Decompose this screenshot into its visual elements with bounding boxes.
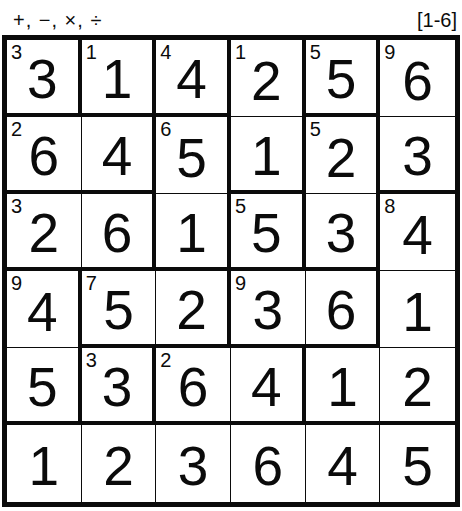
cell-r6c6[interactable]: 5: [380, 425, 455, 502]
cage-clue: 4: [160, 41, 171, 63]
cell-r1c4[interactable]: 12: [231, 40, 306, 117]
cage-clue: 9: [11, 272, 22, 294]
cell-digit: 2: [251, 54, 282, 109]
cage-clue: 1: [86, 41, 97, 63]
cell-r5c2[interactable]: 33: [82, 348, 157, 425]
cell-digit: 3: [326, 206, 357, 261]
cell-digit: 2: [103, 439, 134, 494]
cell-r1c3[interactable]: 44: [156, 40, 231, 117]
cell-r6c2[interactable]: 2: [82, 425, 157, 502]
cage-clue: 7: [86, 272, 97, 294]
cell-r4c1[interactable]: 94: [7, 271, 82, 348]
cell-digit: 5: [326, 52, 357, 107]
cell-digit: 1: [102, 52, 133, 107]
cell-digit: 2: [326, 131, 357, 186]
cell-r3c1[interactable]: 32: [7, 194, 82, 271]
cell-r1c6[interactable]: 96: [380, 40, 455, 117]
operations-legend: +, −, ×, ÷: [13, 9, 102, 32]
cage-clue: 8: [384, 195, 395, 217]
cell-r5c5[interactable]: 1: [306, 348, 381, 425]
cell-digit: 5: [27, 360, 58, 415]
cell-digit: 5: [402, 439, 433, 494]
cell-r4c3[interactable]: 2: [156, 271, 231, 348]
cell-digit: 5: [176, 131, 207, 186]
cell-digit: 6: [253, 439, 284, 494]
cell-digit: 2: [402, 360, 433, 415]
puzzle-grid: 33 11 44 12 55 96 26 4 65 1 52 3 32 6 1 …: [7, 40, 455, 502]
cell-r2c3[interactable]: 65: [156, 117, 231, 194]
cell-r3c4[interactable]: 55: [231, 194, 306, 271]
cage-clue: 9: [384, 41, 395, 63]
cell-digit: 3: [402, 129, 433, 184]
cage-clue: 5: [310, 118, 321, 140]
cell-digit: 4: [402, 208, 433, 263]
cell-r4c2[interactable]: 75: [82, 271, 157, 348]
cell-digit: 5: [251, 206, 282, 261]
cell-digit: 4: [176, 52, 207, 107]
cage-clue: 9: [235, 272, 246, 294]
cell-digit: 3: [27, 52, 58, 107]
cell-digit: 4: [102, 129, 133, 184]
cell-digit: 1: [29, 439, 60, 494]
cell-r5c3[interactable]: 26: [156, 348, 231, 425]
cell-r6c4[interactable]: 6: [231, 425, 306, 502]
cell-r4c6[interactable]: 1: [380, 271, 455, 348]
cell-digit: 1: [402, 285, 433, 340]
cell-r4c4[interactable]: 93: [231, 271, 306, 348]
cell-r3c2[interactable]: 6: [82, 194, 157, 271]
puzzle-board: 33 11 44 12 55 96 26 4 65 1 52 3 32 6 1 …: [2, 35, 460, 507]
puzzle-header: +, −, ×, ÷ [1-6]: [0, 0, 462, 35]
cage-clue: 5: [235, 195, 246, 217]
cell-r6c1[interactable]: 1: [7, 425, 82, 502]
cell-r3c3[interactable]: 1: [156, 194, 231, 271]
cell-digit: 3: [178, 439, 209, 494]
cell-r1c2[interactable]: 11: [82, 40, 157, 117]
cell-digit: 4: [251, 360, 282, 415]
cell-r3c6[interactable]: 84: [380, 194, 455, 271]
cell-r6c3[interactable]: 3: [156, 425, 231, 502]
cell-digit: 1: [176, 206, 207, 261]
range-label: [1-6]: [417, 9, 457, 32]
cell-r3c5[interactable]: 3: [306, 194, 381, 271]
cell-digit: 4: [327, 439, 358, 494]
cell-r4c5[interactable]: 6: [306, 271, 381, 348]
cage-clue: 2: [11, 118, 22, 140]
cell-r5c6[interactable]: 2: [380, 348, 455, 425]
cage-clue: 5: [310, 41, 321, 63]
cell-r2c6[interactable]: 3: [380, 117, 455, 194]
cell-digit: 6: [326, 283, 357, 338]
cell-r6c5[interactable]: 4: [306, 425, 381, 502]
cell-digit: 4: [27, 285, 58, 340]
cell-digit: 2: [29, 206, 60, 261]
cell-digit: 6: [402, 54, 433, 109]
cell-digit: 1: [251, 129, 282, 184]
cell-digit: 3: [102, 360, 133, 415]
cage-clue: 6: [160, 118, 171, 140]
cell-digit: 6: [29, 129, 60, 184]
cage-clue: 2: [160, 349, 171, 371]
cell-r2c1[interactable]: 26: [7, 117, 82, 194]
cell-digit: 6: [102, 206, 133, 261]
cage-clue: 1: [235, 41, 246, 63]
cell-digit: 5: [103, 283, 134, 338]
cell-r5c4[interactable]: 4: [231, 348, 306, 425]
cage-clue: 3: [11, 195, 22, 217]
cell-r1c5[interactable]: 55: [306, 40, 381, 117]
cell-r2c2[interactable]: 4: [82, 117, 157, 194]
cell-r2c5[interactable]: 52: [306, 117, 381, 194]
cell-digit: 6: [178, 360, 209, 415]
cell-digit: 2: [176, 283, 207, 338]
cell-r2c4[interactable]: 1: [231, 117, 306, 194]
cell-r1c1[interactable]: 33: [7, 40, 82, 117]
cell-digit: 3: [253, 283, 284, 338]
cell-r5c1[interactable]: 5: [7, 348, 82, 425]
cage-clue: 3: [11, 41, 22, 63]
cell-digit: 1: [327, 360, 358, 415]
cage-clue: 3: [86, 349, 97, 371]
